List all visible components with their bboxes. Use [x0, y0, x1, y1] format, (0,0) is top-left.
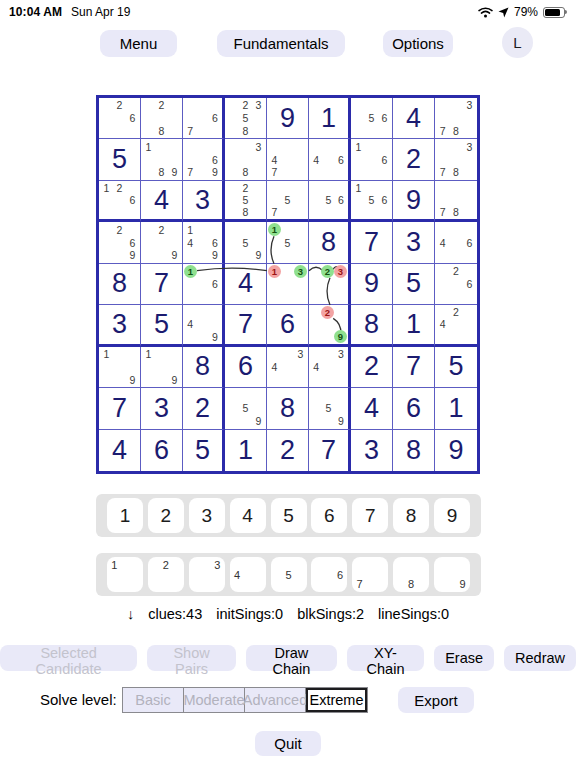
- cell-r7c1[interactable]: 19: [99, 347, 141, 388]
- key-small-3[interactable]: 3: [189, 557, 225, 592]
- candidate-digit: 2: [113, 223, 126, 236]
- cell-r5c2[interactable]: 7: [141, 264, 183, 305]
- cell-r1c7[interactable]: 56: [351, 98, 393, 139]
- key-small-1[interactable]: 1: [107, 557, 143, 592]
- cell-r8c7[interactable]: 4: [351, 388, 393, 429]
- candidate-digit: 9: [168, 373, 181, 386]
- solved-digit: 3: [364, 437, 379, 464]
- cell-r1c4[interactable]: 2358: [225, 98, 267, 139]
- cell-r9c6[interactable]: 7: [309, 430, 351, 471]
- candidate-digit: 9: [209, 331, 221, 343]
- cell-r5c1[interactable]: 8: [99, 264, 141, 305]
- level-segment-advanced[interactable]: Advanced: [245, 688, 306, 712]
- candidate-digit: 8: [449, 125, 462, 138]
- cell-r3c5[interactable]: 57: [267, 181, 309, 222]
- candidate-digit: 3: [252, 99, 265, 112]
- cell-r2c2[interactable]: 189: [141, 139, 183, 180]
- chain-node-green: 9: [334, 330, 347, 343]
- key-small-8[interactable]: 8: [393, 557, 429, 592]
- candidate-grid: 679: [184, 140, 221, 178]
- options-button[interactable]: Options: [383, 30, 453, 57]
- candidate-digit: 4: [310, 360, 322, 373]
- solved-digit: 5: [154, 311, 169, 338]
- battery-icon: [543, 7, 565, 18]
- solved-digit: 4: [238, 270, 253, 297]
- solved-digit: 7: [154, 270, 169, 297]
- candidate-digit: 1: [184, 223, 196, 236]
- solved-digit: 4: [406, 105, 421, 132]
- candidate-digit: 7: [268, 166, 281, 179]
- cell-r3c9[interactable]: 78: [435, 181, 477, 222]
- stat-linesings: lineSings:0: [378, 606, 449, 622]
- tool-selected-candidate[interactable]: Selected Candidate: [0, 645, 137, 671]
- candidate-grid: 34: [268, 348, 307, 386]
- cell-r3c3[interactable]: 3: [183, 181, 225, 222]
- level-segment-moderate[interactable]: Moderate: [184, 688, 245, 712]
- candidate-grid: 49: [184, 306, 221, 342]
- solved-digit: 6: [406, 395, 421, 422]
- cell-r2c4[interactable]: 38: [225, 139, 267, 180]
- chain-node-green: 1: [184, 265, 197, 278]
- key-small-7[interactable]: 7: [352, 557, 388, 592]
- solve-level-label: Solve level:: [40, 691, 117, 708]
- quit-row: Quit: [0, 731, 576, 756]
- key-large-5[interactable]: 5: [271, 498, 307, 533]
- candidate-digit: 8: [239, 125, 252, 138]
- candidate-digit: 6: [335, 153, 347, 166]
- cell-r8c6[interactable]: 59: [309, 388, 351, 429]
- candidate-digit: 1: [352, 182, 365, 194]
- key-large-1[interactable]: 1: [107, 498, 143, 533]
- cell-r2c3[interactable]: 679: [183, 139, 225, 180]
- candidate-digit: 8: [239, 206, 252, 218]
- cell-r1c5[interactable]: 9: [267, 98, 309, 139]
- solved-digit: 8: [195, 353, 210, 380]
- candidate-grid: 126: [100, 182, 139, 218]
- cell-r4c2[interactable]: 29: [141, 222, 183, 263]
- candidate-grid: 29: [310, 306, 347, 342]
- digit-keypad-large: 123456789: [96, 494, 481, 537]
- chain-node-pink: 1: [268, 265, 281, 278]
- solved-digit: 2: [195, 395, 210, 422]
- candidate-digit: 1: [100, 182, 113, 194]
- cell-r6c2[interactable]: 5: [141, 305, 183, 346]
- chain-node-pink: 3: [334, 265, 347, 278]
- stat-clues: clues:43: [148, 606, 202, 622]
- menu-button[interactable]: Menu: [100, 30, 177, 57]
- digit-keypad-small: 123456789: [96, 553, 481, 596]
- fundamentals-button[interactable]: Fundamentals: [217, 30, 345, 57]
- candidate-digit: 2: [449, 265, 462, 278]
- candidate-grid: 24: [436, 306, 476, 342]
- candidate-grid: 26: [100, 99, 139, 137]
- candidate-grid: 34: [310, 348, 347, 386]
- candidate-digit: 9: [126, 249, 139, 262]
- solved-digit: 8: [112, 270, 127, 297]
- cell-r5c5[interactable]: 13: [267, 264, 309, 305]
- clock: 10:04 AM: [9, 5, 62, 19]
- cell-r8c3[interactable]: 2: [183, 388, 225, 429]
- status-left: 10:04 AM Sun Apr 19: [9, 5, 130, 19]
- candidate-digit: 8: [155, 166, 168, 179]
- candidate-grid: 23: [310, 265, 347, 303]
- tool-buttons: Selected CandidateShow PairsDraw ChainXY…: [0, 645, 576, 671]
- candidate-digit: 2: [113, 99, 126, 112]
- candidate-digit: 3: [294, 348, 307, 361]
- cell-r1c1[interactable]: 26: [99, 98, 141, 139]
- key-small-4[interactable]: 4: [230, 557, 266, 592]
- cell-r6c7[interactable]: 8: [351, 305, 393, 346]
- cell-r4c7[interactable]: 7: [351, 222, 393, 263]
- cell-r2c8[interactable]: 2: [393, 139, 435, 180]
- solved-digit: 3: [112, 311, 127, 338]
- candidate-grid: 67: [184, 99, 221, 137]
- tool-redraw[interactable]: Redraw: [504, 645, 576, 671]
- cell-r9c1[interactable]: 4: [99, 430, 141, 471]
- candidate-digit: 7: [436, 125, 449, 138]
- solved-digit: 9: [448, 437, 463, 464]
- board-cells: 2628672358915643785189679384746162378126…: [99, 98, 477, 471]
- cell-r6c1[interactable]: 3: [99, 305, 141, 346]
- location-icon: [498, 7, 509, 18]
- candidate-digit: 3: [335, 348, 347, 361]
- status-bar: 10:04 AM Sun Apr 19 79%: [0, 0, 576, 21]
- cell-r4c5[interactable]: 15: [267, 222, 309, 263]
- solved-digit: 9: [280, 105, 295, 132]
- cell-r1c8[interactable]: 4: [393, 98, 435, 139]
- cell-r6c9[interactable]: 24: [435, 305, 477, 346]
- cell-r8c8[interactable]: 6: [393, 388, 435, 429]
- solved-digit: 2: [364, 353, 379, 380]
- candidate-digit: 4: [268, 360, 281, 373]
- candidate-digit: 5: [281, 194, 294, 206]
- candidate-digit: 5: [239, 194, 252, 206]
- cell-r6c8[interactable]: 1: [393, 305, 435, 346]
- solved-digit: 5: [112, 146, 127, 173]
- cell-r2c5[interactable]: 47: [267, 139, 309, 180]
- candidate-grid: 78: [436, 182, 476, 218]
- solved-digit: 9: [364, 270, 379, 297]
- solved-digit: 8: [321, 229, 336, 256]
- candidate-digit: 2: [239, 182, 252, 194]
- sudoku-board: 2628672358915643785189679384746162378126…: [96, 95, 480, 474]
- candidate-digit: 6: [378, 194, 391, 206]
- solved-digit: 4: [154, 187, 169, 214]
- candidate-grid: 16: [352, 140, 391, 178]
- solved-digit: 2: [406, 146, 421, 173]
- cell-r7c8[interactable]: 7: [393, 347, 435, 388]
- cell-r8c4[interactable]: 59: [225, 388, 267, 429]
- key-small-9[interactable]: 9: [434, 557, 470, 592]
- candidate-digit: 9: [168, 166, 181, 179]
- stat-initsings: initSings:0: [216, 606, 283, 622]
- cell-r4c3[interactable]: 1469: [183, 222, 225, 263]
- candidate-grid: 269: [100, 223, 139, 261]
- candidate-digit: 7: [184, 166, 196, 179]
- solved-digit: 5: [448, 353, 463, 380]
- quit-button[interactable]: Quit: [255, 731, 321, 756]
- solved-digit: 1: [238, 437, 253, 464]
- key-large-8[interactable]: 8: [393, 498, 429, 533]
- cell-r5c8[interactable]: 5: [393, 264, 435, 305]
- stat-blksings: blkSings:2: [297, 606, 364, 622]
- cell-r2c9[interactable]: 378: [435, 139, 477, 180]
- solved-digit: 8: [280, 395, 295, 422]
- cell-r2c6[interactable]: 46: [309, 139, 351, 180]
- cell-r4c1[interactable]: 269: [99, 222, 141, 263]
- solved-digit: 7: [364, 229, 379, 256]
- candidate-grid: 15: [268, 223, 307, 261]
- candidate-digit: 5: [322, 402, 334, 415]
- cell-r3c4[interactable]: 258: [225, 181, 267, 222]
- candidate-digit: 6: [209, 153, 221, 166]
- candidate-digit: 7: [436, 166, 449, 179]
- candidate-grid: 378: [436, 140, 476, 178]
- solved-digit: 6: [238, 353, 253, 380]
- candidate-digit: 9: [252, 249, 265, 262]
- candidate-grid: 189: [142, 140, 181, 178]
- cell-r3c8[interactable]: 9: [393, 181, 435, 222]
- cell-r2c7[interactable]: 16: [351, 139, 393, 180]
- cell-r1c9[interactable]: 378: [435, 98, 477, 139]
- cell-r7c9[interactable]: 5: [435, 347, 477, 388]
- candidate-grid: 19: [100, 348, 139, 386]
- candidate-digit: 6: [126, 236, 139, 249]
- candidate-digit: 6: [463, 236, 476, 249]
- cell-r3c7[interactable]: 156: [351, 181, 393, 222]
- cell-r5c3[interactable]: 16: [183, 264, 225, 305]
- cell-r9c4[interactable]: 1: [225, 430, 267, 471]
- candidate-digit: 8: [239, 166, 252, 179]
- cell-r8c5[interactable]: 8: [267, 388, 309, 429]
- candidate-digit: 6: [209, 112, 221, 125]
- key-large-3[interactable]: 3: [189, 498, 225, 533]
- key-small-6[interactable]: 6: [311, 557, 347, 592]
- down-arrow-icon: ↓: [127, 606, 134, 622]
- candidate-digit: 7: [436, 206, 449, 218]
- candidate-grid: 2358: [226, 99, 265, 137]
- solved-digit: 8: [406, 437, 421, 464]
- candidate-digit: 4: [268, 153, 281, 166]
- candidate-digit: 9: [126, 373, 139, 386]
- solved-digit: 3: [154, 395, 169, 422]
- battery-percent: 79%: [514, 5, 538, 19]
- candidate-digit: 9: [209, 166, 221, 179]
- tool-show-pairs[interactable]: Show Pairs: [147, 645, 236, 671]
- cell-r5c4[interactable]: 4: [225, 264, 267, 305]
- cell-r5c7[interactable]: 9: [351, 264, 393, 305]
- candidate-digit: 6: [335, 194, 347, 206]
- candidate-grid: 59: [310, 389, 347, 427]
- candidate-digit: 2: [449, 306, 462, 318]
- candidate-digit: 4: [436, 236, 449, 249]
- candidate-grid: 28: [142, 99, 181, 137]
- solved-digit: 2: [280, 437, 295, 464]
- export-button[interactable]: Export: [398, 687, 474, 713]
- solved-digit: 7: [406, 353, 421, 380]
- solved-digit: 8: [364, 311, 379, 338]
- solved-digit: 3: [195, 187, 210, 214]
- candidate-grid: 56: [310, 182, 347, 218]
- tool-erase[interactable]: Erase: [434, 645, 494, 671]
- candidate-digit: 5: [365, 194, 378, 206]
- candidate-grid: 258: [226, 182, 265, 218]
- solved-digit: 7: [321, 437, 336, 464]
- cell-r8c1[interactable]: 7: [99, 388, 141, 429]
- date: Sun Apr 19: [71, 5, 130, 19]
- candidate-grid: 46: [436, 223, 476, 261]
- tool-draw-chain[interactable]: Draw Chain: [246, 645, 337, 671]
- candidate-grid: 59: [226, 389, 265, 427]
- candidate-digit: 3: [463, 99, 476, 112]
- candidate-digit: 5: [239, 112, 252, 125]
- solved-digit: 1: [448, 395, 463, 422]
- candidate-digit: 6: [378, 153, 391, 166]
- candidate-digit: 8: [449, 206, 462, 218]
- solved-digit: 6: [280, 311, 295, 338]
- cell-r6c6[interactable]: 29: [309, 305, 351, 346]
- chain-node-pink: 2: [321, 306, 334, 319]
- candidate-digit: 6: [126, 112, 139, 125]
- cell-r8c2[interactable]: 3: [141, 388, 183, 429]
- cell-r6c5[interactable]: 6: [267, 305, 309, 346]
- candidate-digit: 6: [126, 194, 139, 206]
- cell-r3c1[interactable]: 126: [99, 181, 141, 222]
- candidate-digit: 4: [310, 153, 322, 166]
- cell-r3c6[interactable]: 56: [309, 181, 351, 222]
- candidate-digit: 2: [155, 99, 168, 112]
- tool-xy-chain[interactable]: XY-Chain: [347, 645, 424, 671]
- candidate-digit: 6: [209, 278, 221, 291]
- chain-node-green: 2: [321, 265, 334, 278]
- candidate-digit: 8: [449, 166, 462, 179]
- candidate-digit: 6: [209, 236, 221, 249]
- candidate-digit: 5: [239, 402, 252, 415]
- cell-r4c6[interactable]: 8: [309, 222, 351, 263]
- candidate-digit: 5: [239, 236, 252, 249]
- candidate-digit: 2: [239, 99, 252, 112]
- candidate-grid: 26: [436, 265, 476, 303]
- cell-r7c5[interactable]: 34: [267, 347, 309, 388]
- cell-r5c6[interactable]: 23: [309, 264, 351, 305]
- key-large-4[interactable]: 4: [230, 498, 266, 533]
- cell-r9c3[interactable]: 5: [183, 430, 225, 471]
- candidate-digit: 4: [184, 236, 196, 249]
- solved-digit: 4: [364, 395, 379, 422]
- candidate-digit: 5: [322, 194, 334, 206]
- candidate-digit: 3: [252, 140, 265, 153]
- cell-r6c3[interactable]: 49: [183, 305, 225, 346]
- candidate-digit: 8: [155, 125, 168, 138]
- app-screen: 10:04 AM Sun Apr 19 79% Menu Fundamental…: [0, 0, 576, 768]
- cell-r9c5[interactable]: 2: [267, 430, 309, 471]
- candidate-grid: 59: [226, 223, 265, 261]
- key-large-7[interactable]: 7: [352, 498, 388, 533]
- cell-r7c3[interactable]: 8: [183, 347, 225, 388]
- cell-r9c9[interactable]: 9: [435, 430, 477, 471]
- cell-r3c2[interactable]: 4: [141, 181, 183, 222]
- solved-digit: 3: [406, 229, 421, 256]
- solved-digit: 1: [321, 105, 336, 132]
- candidate-digit: 1: [352, 140, 365, 153]
- candidate-digit: 3: [463, 140, 476, 153]
- stats-line: ↓ clues:43 initSings:0 blkSings:2 lineSi…: [0, 606, 576, 622]
- candidate-grid: 29: [142, 223, 181, 261]
- candidate-grid: 47: [268, 140, 307, 178]
- solved-digit: 9: [406, 187, 421, 214]
- cell-r7c6[interactable]: 34: [309, 347, 351, 388]
- candidate-digit: 9: [209, 249, 221, 262]
- candidate-digit: 7: [268, 206, 281, 218]
- cell-r1c6[interactable]: 1: [309, 98, 351, 139]
- cell-r1c2[interactable]: 28: [141, 98, 183, 139]
- cell-r8c9[interactable]: 1: [435, 388, 477, 429]
- cell-r9c2[interactable]: 6: [141, 430, 183, 471]
- candidate-digit: 1: [142, 348, 155, 361]
- candidate-digit: 9: [168, 249, 181, 262]
- candidate-digit: 2: [155, 223, 168, 236]
- solved-digit: 5: [406, 270, 421, 297]
- cell-r9c7[interactable]: 3: [351, 430, 393, 471]
- solved-digit: 5: [195, 437, 210, 464]
- solve-level-segmented-control: BasicModerateAdvancedExtreme: [122, 687, 368, 713]
- cell-r7c2[interactable]: 19: [141, 347, 183, 388]
- cell-r4c9[interactable]: 46: [435, 222, 477, 263]
- cell-r7c7[interactable]: 2: [351, 347, 393, 388]
- key-small-5[interactable]: 5: [271, 557, 307, 592]
- cell-r5c9[interactable]: 26: [435, 264, 477, 305]
- candidate-digit: 6: [378, 112, 391, 125]
- key-small-2[interactable]: 2: [148, 557, 184, 592]
- solved-digit: 6: [154, 437, 169, 464]
- solved-digit: 1: [406, 311, 421, 338]
- candidate-grid: 38: [226, 140, 265, 178]
- wifi-icon: [478, 7, 493, 18]
- candidate-digit: 1: [142, 140, 155, 153]
- cell-r4c4[interactable]: 59: [225, 222, 267, 263]
- candidate-digit: 4: [436, 318, 449, 330]
- cell-r9c8[interactable]: 8: [393, 430, 435, 471]
- candidate-grid: 1469: [184, 223, 221, 261]
- candidate-grid: 19: [142, 348, 181, 386]
- cell-r1c3[interactable]: 67: [183, 98, 225, 139]
- cell-r6c4[interactable]: 7: [225, 305, 267, 346]
- candidate-grid: 378: [436, 99, 476, 137]
- cell-r2c1[interactable]: 5: [99, 139, 141, 180]
- key-large-9[interactable]: 9: [434, 498, 470, 533]
- candidate-digit: 5: [365, 112, 378, 125]
- candidate-digit: 5: [281, 236, 294, 249]
- candidate-grid: 16: [184, 265, 221, 303]
- solved-digit: 7: [112, 395, 127, 422]
- solve-level-row: Solve level: BasicModerateAdvancedExtrem…: [0, 687, 576, 713]
- avatar[interactable]: L: [502, 27, 533, 58]
- candidate-digit: 1: [100, 348, 113, 361]
- chain-node-green: 3: [294, 265, 307, 278]
- candidate-grid: 56: [352, 99, 391, 137]
- status-right: 79%: [478, 5, 565, 19]
- chain-node-green: 1: [268, 223, 281, 236]
- cell-r7c4[interactable]: 6: [225, 347, 267, 388]
- candidate-grid: 13: [268, 265, 307, 303]
- level-segment-basic[interactable]: Basic: [123, 688, 184, 712]
- cell-r4c8[interactable]: 3: [393, 222, 435, 263]
- level-segment-extreme[interactable]: Extreme: [306, 688, 367, 712]
- candidate-digit: 2: [113, 182, 126, 194]
- key-large-6[interactable]: 6: [311, 498, 347, 533]
- key-large-2[interactable]: 2: [148, 498, 184, 533]
- solved-digit: 7: [238, 311, 253, 338]
